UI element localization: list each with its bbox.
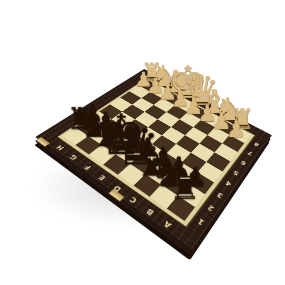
square-a7[interactable]: ♟ (222, 134, 244, 151)
piece-black-rook[interactable]: ♜ (169, 169, 200, 202)
product-photo: ABCDEFGH 12345678 ♜♞♝♛♚♝♞♜♟♟♟♟♟♟♟♟♟♟♟♟♟♟… (0, 0, 285, 285)
square-a1[interactable]: ♜ (166, 195, 194, 220)
piece-white-pawn[interactable]: ♟ (225, 118, 246, 140)
